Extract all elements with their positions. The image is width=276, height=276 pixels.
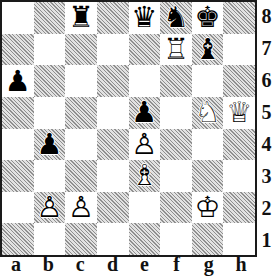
file-label-e: e [129, 257, 161, 276]
square-c7[interactable] [65, 34, 97, 66]
white-rook-icon: ♜♖ [160, 34, 192, 66]
file-label-g: g [193, 257, 225, 276]
white-pawn-icon: ♟♙ [34, 192, 66, 224]
white-knight-icon: ♞♘ [192, 97, 224, 129]
square-a1[interactable] [2, 223, 34, 255]
square-e6[interactable] [129, 65, 161, 97]
square-e1[interactable] [129, 223, 161, 255]
square-f1[interactable] [160, 223, 192, 255]
square-d2[interactable] [97, 192, 129, 224]
square-a7[interactable] [2, 34, 34, 66]
rank-label-4: 4 [257, 129, 276, 161]
file-label-f: f [161, 257, 193, 276]
file-label-h: h [225, 257, 257, 276]
square-b3[interactable] [34, 160, 66, 192]
white-king-icon: ♚♔ [192, 192, 224, 224]
square-c3[interactable] [65, 160, 97, 192]
rank-label-2: 2 [257, 193, 276, 225]
rank-label-8: 8 [257, 0, 276, 32]
square-h4[interactable] [223, 129, 255, 161]
square-a2[interactable] [2, 192, 34, 224]
black-pawn-icon: ♟ [2, 65, 34, 97]
black-king-icon: ♚ [192, 2, 224, 34]
square-h7[interactable] [223, 34, 255, 66]
square-f6[interactable] [160, 65, 192, 97]
square-d5[interactable] [97, 97, 129, 129]
chess-board: ♜♛♞♚♜♖♝♟♟♞♘♛♕♟♟♙♝♗♟♙♟♙♚♔ [0, 0, 257, 257]
white-bishop-icon: ♝♗ [129, 160, 161, 192]
black-bishop-icon: ♝ [192, 34, 224, 66]
black-pawn-icon: ♟ [129, 97, 161, 129]
square-f8[interactable]: ♞ [160, 2, 192, 34]
black-knight-icon: ♞ [160, 2, 192, 34]
square-g6[interactable] [192, 65, 224, 97]
square-d6[interactable] [97, 65, 129, 97]
square-e4[interactable]: ♟♙ [129, 129, 161, 161]
square-d7[interactable] [97, 34, 129, 66]
square-d3[interactable] [97, 160, 129, 192]
square-h2[interactable] [223, 192, 255, 224]
rank-label-7: 7 [257, 32, 276, 64]
square-d4[interactable] [97, 129, 129, 161]
rank-label-3: 3 [257, 161, 276, 193]
square-b6[interactable] [34, 65, 66, 97]
square-e5[interactable]: ♟ [129, 97, 161, 129]
square-b1[interactable] [34, 223, 66, 255]
square-a5[interactable] [2, 97, 34, 129]
square-c4[interactable] [65, 129, 97, 161]
file-label-d: d [96, 257, 128, 276]
square-c1[interactable] [65, 223, 97, 255]
square-h6[interactable] [223, 65, 255, 97]
square-f5[interactable] [160, 97, 192, 129]
rank-labels: 87654321 [257, 0, 276, 257]
square-h8[interactable] [223, 2, 255, 34]
file-label-c: c [64, 257, 96, 276]
square-h3[interactable] [223, 160, 255, 192]
square-b4[interactable]: ♟ [34, 129, 66, 161]
black-pawn-icon: ♟ [34, 129, 66, 161]
square-h5[interactable]: ♛♕ [223, 97, 255, 129]
square-a3[interactable] [2, 160, 34, 192]
square-e2[interactable] [129, 192, 161, 224]
square-f7[interactable]: ♜♖ [160, 34, 192, 66]
white-queen-icon: ♛♕ [223, 97, 255, 129]
square-h1[interactable] [223, 223, 255, 255]
square-b2[interactable]: ♟♙ [34, 192, 66, 224]
rank-label-5: 5 [257, 96, 276, 128]
file-label-b: b [32, 257, 64, 276]
black-queen-icon: ♛ [129, 2, 161, 34]
square-f4[interactable] [160, 129, 192, 161]
rank-label-1: 1 [257, 225, 276, 257]
square-g8[interactable]: ♚ [192, 2, 224, 34]
square-d1[interactable] [97, 223, 129, 255]
square-e7[interactable] [129, 34, 161, 66]
square-g3[interactable] [192, 160, 224, 192]
square-a8[interactable] [2, 2, 34, 34]
square-g5[interactable]: ♞♘ [192, 97, 224, 129]
square-c8[interactable]: ♜ [65, 2, 97, 34]
file-label-a: a [0, 257, 32, 276]
square-g1[interactable] [192, 223, 224, 255]
square-c5[interactable] [65, 97, 97, 129]
white-pawn-icon: ♟♙ [129, 129, 161, 161]
square-f3[interactable] [160, 160, 192, 192]
chess-diagram: ♜♛♞♚♜♖♝♟♟♞♘♛♕♟♟♙♝♗♟♙♟♙♚♔ abcdefgh 876543… [0, 0, 276, 276]
square-c2[interactable]: ♟♙ [65, 192, 97, 224]
square-b5[interactable] [34, 97, 66, 129]
square-a6[interactable]: ♟ [2, 65, 34, 97]
square-g4[interactable] [192, 129, 224, 161]
square-f2[interactable] [160, 192, 192, 224]
square-b8[interactable] [34, 2, 66, 34]
file-labels: abcdefgh [0, 257, 257, 276]
square-a4[interactable] [2, 129, 34, 161]
square-g2[interactable]: ♚♔ [192, 192, 224, 224]
square-b7[interactable] [34, 34, 66, 66]
square-c6[interactable] [65, 65, 97, 97]
square-d8[interactable] [97, 2, 129, 34]
rank-label-6: 6 [257, 64, 276, 96]
square-g7[interactable]: ♝ [192, 34, 224, 66]
square-e3[interactable]: ♝♗ [129, 160, 161, 192]
white-pawn-icon: ♟♙ [65, 192, 97, 224]
black-rook-icon: ♜ [65, 2, 97, 34]
square-e8[interactable]: ♛ [129, 2, 161, 34]
